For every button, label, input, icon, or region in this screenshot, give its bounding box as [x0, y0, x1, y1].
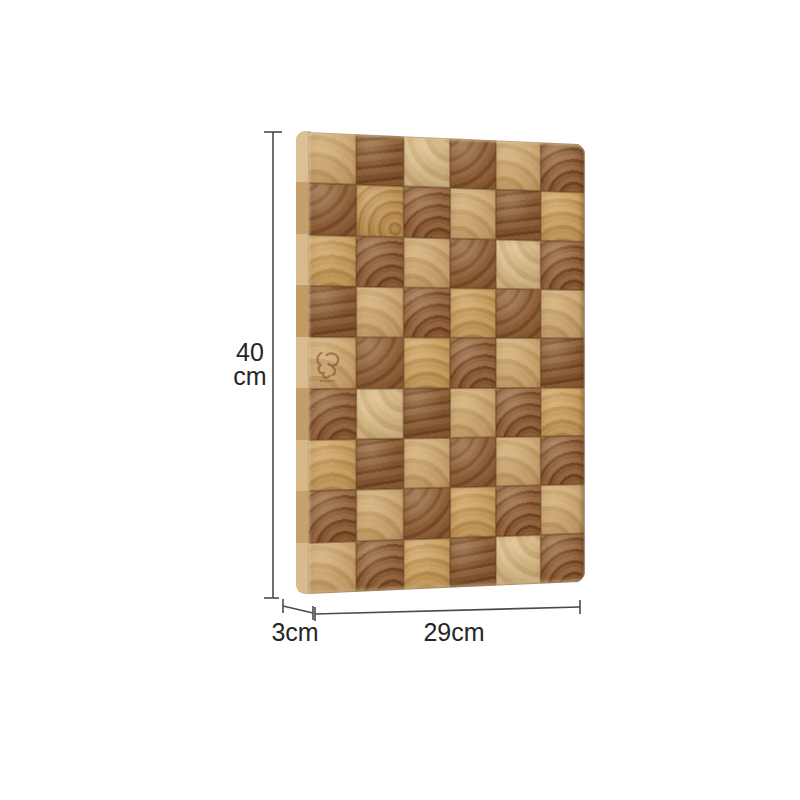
board-square	[496, 388, 541, 438]
board-square	[308, 235, 356, 287]
product-image-canvas: 40 cm 3cm 29cm	[0, 0, 800, 800]
board-square	[308, 439, 356, 491]
board-square	[404, 237, 451, 288]
board-square	[450, 188, 496, 239]
board-square	[496, 289, 541, 339]
height-value-label: 40	[222, 340, 278, 364]
board-square	[356, 439, 403, 491]
board-square	[404, 136, 451, 188]
board-square	[450, 388, 496, 438]
board-square	[450, 338, 496, 388]
board-square	[541, 387, 585, 436]
board-square	[541, 436, 585, 486]
board-square	[496, 535, 541, 586]
board-square	[450, 536, 496, 588]
board-square	[496, 190, 541, 241]
board-square	[404, 287, 451, 338]
board-square	[404, 488, 451, 540]
board-square	[541, 484, 585, 534]
height-unit-label: cm	[222, 364, 278, 388]
board-square	[496, 239, 541, 289]
board-face	[308, 132, 585, 594]
board-square	[496, 338, 541, 387]
board-square	[308, 132, 356, 185]
board-square	[308, 388, 356, 440]
width-label: 29cm	[418, 620, 490, 644]
board-square	[356, 388, 403, 439]
board-square	[356, 185, 403, 237]
board-square	[450, 138, 496, 190]
board-square	[496, 486, 541, 537]
board-square	[450, 437, 496, 488]
board-square	[404, 538, 451, 590]
board-square	[541, 338, 585, 387]
board-square	[356, 134, 403, 186]
board-square	[450, 288, 496, 338]
board-square	[308, 490, 356, 543]
board-square	[496, 140, 541, 191]
board-square	[356, 287, 403, 338]
board-square	[308, 183, 356, 236]
board-square	[450, 238, 496, 289]
board-square	[356, 236, 403, 288]
thickness-dimension-line	[283, 599, 313, 620]
board-square	[356, 338, 403, 389]
thickness-label: 3cm	[268, 620, 322, 644]
board-square	[308, 541, 356, 594]
board-square	[404, 388, 451, 439]
board-square	[404, 338, 451, 388]
board-square	[356, 489, 403, 541]
board-square	[541, 191, 585, 241]
cutting-board	[296, 129, 598, 599]
board-square	[404, 187, 451, 239]
board-square	[496, 437, 541, 487]
board-square	[404, 438, 451, 489]
board-square	[541, 533, 585, 584]
brand-logo-mark	[313, 347, 346, 389]
board-square	[541, 240, 585, 290]
board-square	[356, 539, 403, 591]
board-square	[450, 487, 496, 538]
board-square	[541, 289, 585, 338]
height-dimension-label: 40 cm	[222, 340, 278, 388]
board-square	[308, 286, 356, 338]
board-square	[541, 142, 585, 193]
